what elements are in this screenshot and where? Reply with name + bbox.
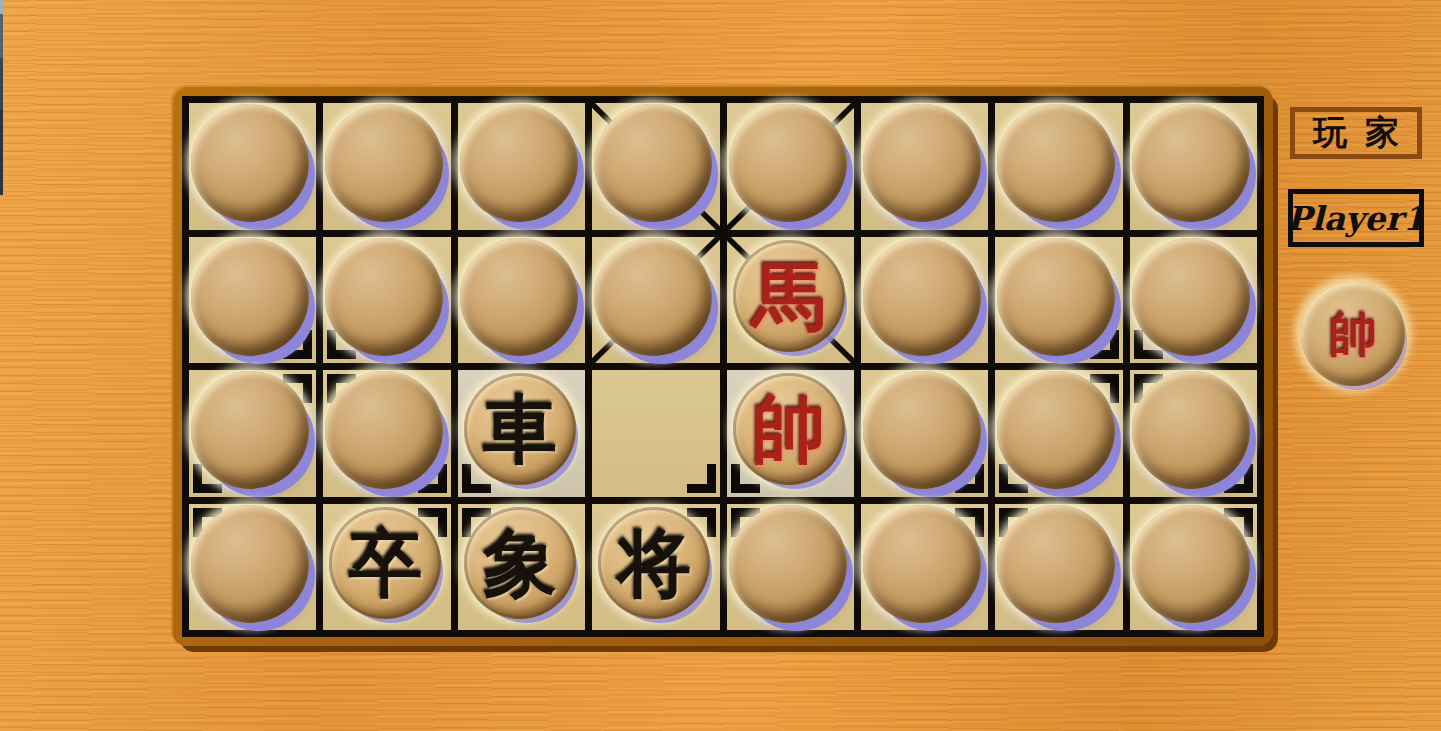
cell-r3c6[interactable] (861, 370, 988, 497)
game-stage: 馬車帥卒象将 玩 家 Player1 帥 (0, 0, 1441, 731)
piece-character: 馬 (752, 259, 826, 333)
cell-r3c3[interactable]: 車 (458, 370, 585, 497)
piece-character: 象 (483, 526, 557, 600)
facedown-piece[interactable] (863, 238, 981, 356)
facedown-piece[interactable] (191, 505, 309, 623)
player-side-piece-red-general: 帥 (1301, 282, 1405, 386)
cell-r1c3[interactable] (458, 103, 585, 230)
facedown-piece[interactable] (191, 238, 309, 356)
facedown-piece[interactable] (325, 238, 443, 356)
facedown-piece[interactable] (1132, 238, 1250, 356)
screen-edge-artifact (0, 0, 3, 195)
cell-r4c3[interactable]: 象 (458, 504, 585, 631)
facedown-piece[interactable] (997, 238, 1115, 356)
facedown-piece[interactable] (594, 238, 712, 356)
facedown-piece[interactable] (460, 104, 578, 222)
facedown-piece[interactable] (863, 371, 981, 489)
cell-r2c2[interactable] (323, 237, 450, 364)
cell-r4c7[interactable] (995, 504, 1122, 631)
player-name-box: Player1 (1288, 189, 1424, 247)
piece-character: 帥 (752, 392, 826, 466)
point-marker-br (687, 464, 716, 493)
facedown-piece[interactable] (729, 505, 847, 623)
facedown-piece[interactable] (1132, 505, 1250, 623)
player-label-box: 玩 家 (1290, 107, 1422, 159)
piece-character: 将 (617, 526, 691, 600)
player-label-char: 家 (1365, 110, 1399, 156)
facedown-piece[interactable] (997, 371, 1115, 489)
red-horse-piece[interactable]: 馬 (733, 240, 845, 352)
cell-r2c5[interactable]: 馬 (727, 237, 854, 364)
cell-r4c2[interactable]: 卒 (323, 504, 450, 631)
cell-r4c6[interactable] (861, 504, 988, 631)
facedown-piece[interactable] (1132, 371, 1250, 489)
facedown-piece[interactable] (729, 104, 847, 222)
banqi-board-frame: 馬車帥卒象将 (171, 85, 1273, 646)
facedown-piece[interactable] (997, 505, 1115, 623)
cell-r1c7[interactable] (995, 103, 1122, 230)
facedown-piece[interactable] (1132, 104, 1250, 222)
cell-r1c2[interactable] (323, 103, 450, 230)
facedown-piece[interactable] (863, 104, 981, 222)
black-chariot-piece[interactable]: 車 (464, 373, 576, 485)
cell-r2c6[interactable] (861, 237, 988, 364)
black-elephant-piece[interactable]: 象 (464, 507, 576, 619)
cell-r2c4[interactable] (592, 237, 719, 364)
facedown-piece[interactable] (997, 104, 1115, 222)
player-label-char: 玩 (1313, 110, 1347, 156)
cell-r2c7[interactable] (995, 237, 1122, 364)
cell-r1c5[interactable] (727, 103, 854, 230)
facedown-piece[interactable] (325, 371, 443, 489)
cell-r1c6[interactable] (861, 103, 988, 230)
facedown-piece[interactable] (460, 238, 578, 356)
board-grid[interactable]: 馬車帥卒象将 (182, 96, 1264, 637)
cell-r3c7[interactable] (995, 370, 1122, 497)
cell-r3c1[interactable] (189, 370, 316, 497)
piece-character: 帥 (1329, 310, 1377, 358)
facedown-piece[interactable] (863, 505, 981, 623)
piece-character: 卒 (348, 526, 422, 600)
cell-r3c2[interactable] (323, 370, 450, 497)
cell-r3c5[interactable]: 帥 (727, 370, 854, 497)
cell-r3c4[interactable] (592, 370, 719, 497)
cell-r1c4[interactable] (592, 103, 719, 230)
piece-character: 車 (483, 392, 557, 466)
facedown-piece[interactable] (191, 104, 309, 222)
player-name: Player1 (1286, 199, 1425, 238)
cell-r2c1[interactable] (189, 237, 316, 364)
cell-r4c1[interactable] (189, 504, 316, 631)
cell-r1c1[interactable] (189, 103, 316, 230)
facedown-piece[interactable] (594, 104, 712, 222)
black-general-piece[interactable]: 将 (598, 507, 710, 619)
cell-r3c8[interactable] (1130, 370, 1257, 497)
cell-r4c4[interactable]: 将 (592, 504, 719, 631)
facedown-piece[interactable] (191, 371, 309, 489)
black-soldier-piece[interactable]: 卒 (329, 507, 441, 619)
cell-r2c3[interactable] (458, 237, 585, 364)
cell-r2c8[interactable] (1130, 237, 1257, 364)
cell-r1c8[interactable] (1130, 103, 1257, 230)
cell-r4c8[interactable] (1130, 504, 1257, 631)
cell-r4c5[interactable] (727, 504, 854, 631)
red-general-piece[interactable]: 帥 (733, 373, 845, 485)
facedown-piece[interactable] (325, 104, 443, 222)
